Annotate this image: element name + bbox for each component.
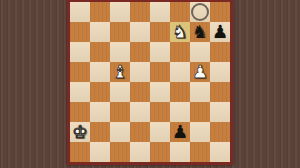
square-e8[interactable] — [150, 2, 170, 22]
square-h6[interactable] — [210, 42, 230, 62]
square-f3[interactable] — [170, 102, 190, 122]
square-g5[interactable]: ♟ — [190, 62, 210, 82]
square-h7[interactable]: ♟ — [210, 22, 230, 42]
chess-board-frame: ♞♞♟♝♟♚♟ — [67, 0, 233, 165]
square-b1[interactable] — [90, 142, 110, 162]
annotation-circle-g8 — [191, 3, 209, 21]
square-f4[interactable] — [170, 82, 190, 102]
square-a8[interactable] — [70, 2, 90, 22]
square-d5[interactable] — [130, 62, 150, 82]
square-f6[interactable] — [170, 42, 190, 62]
square-f2[interactable]: ♟ — [170, 122, 190, 142]
square-h4[interactable] — [210, 82, 230, 102]
square-h3[interactable] — [210, 102, 230, 122]
square-h8[interactable] — [210, 2, 230, 22]
square-d4[interactable] — [130, 82, 150, 102]
square-g7[interactable]: ♞ — [190, 22, 210, 42]
square-f8[interactable] — [170, 2, 190, 22]
square-e3[interactable] — [150, 102, 170, 122]
square-a4[interactable] — [70, 82, 90, 102]
square-c2[interactable] — [110, 122, 130, 142]
square-e5[interactable] — [150, 62, 170, 82]
square-b8[interactable] — [90, 2, 110, 22]
square-h2[interactable] — [210, 122, 230, 142]
square-d6[interactable] — [130, 42, 150, 62]
square-b3[interactable] — [90, 102, 110, 122]
square-a7[interactable] — [70, 22, 90, 42]
square-d3[interactable] — [130, 102, 150, 122]
square-b6[interactable] — [90, 42, 110, 62]
square-c3[interactable] — [110, 102, 130, 122]
square-h1[interactable] — [210, 142, 230, 162]
page-background: ♞♞♟♝♟♚♟ — [0, 0, 300, 168]
square-e4[interactable] — [150, 82, 170, 102]
white-bishop[interactable]: ♝ — [110, 62, 130, 82]
black-pawn[interactable]: ♟ — [170, 122, 190, 142]
white-knight[interactable]: ♞ — [170, 22, 190, 42]
square-g3[interactable] — [190, 102, 210, 122]
square-c6[interactable] — [110, 42, 130, 62]
square-b5[interactable] — [90, 62, 110, 82]
square-c8[interactable] — [110, 2, 130, 22]
square-c7[interactable] — [110, 22, 130, 42]
square-d2[interactable] — [130, 122, 150, 142]
white-king[interactable]: ♚ — [70, 122, 90, 142]
square-f1[interactable] — [170, 142, 190, 162]
square-a3[interactable] — [70, 102, 90, 122]
square-a6[interactable] — [70, 42, 90, 62]
square-e6[interactable] — [150, 42, 170, 62]
white-pawn[interactable]: ♟ — [190, 62, 210, 82]
square-d1[interactable] — [130, 142, 150, 162]
square-e1[interactable] — [150, 142, 170, 162]
square-b7[interactable] — [90, 22, 110, 42]
square-f5[interactable] — [170, 62, 190, 82]
square-g2[interactable] — [190, 122, 210, 142]
square-c5[interactable]: ♝ — [110, 62, 130, 82]
square-g8[interactable] — [190, 2, 210, 22]
square-a1[interactable] — [70, 142, 90, 162]
square-e7[interactable] — [150, 22, 170, 42]
square-d8[interactable] — [130, 2, 150, 22]
square-g6[interactable] — [190, 42, 210, 62]
square-g1[interactable] — [190, 142, 210, 162]
chess-board: ♞♞♟♝♟♚♟ — [70, 2, 230, 162]
square-b4[interactable] — [90, 82, 110, 102]
black-pawn[interactable]: ♟ — [210, 22, 230, 42]
square-c4[interactable] — [110, 82, 130, 102]
square-d7[interactable] — [130, 22, 150, 42]
square-f7[interactable]: ♞ — [170, 22, 190, 42]
square-a5[interactable] — [70, 62, 90, 82]
square-c1[interactable] — [110, 142, 130, 162]
square-b2[interactable] — [90, 122, 110, 142]
square-h5[interactable] — [210, 62, 230, 82]
square-g4[interactable] — [190, 82, 210, 102]
square-a2[interactable]: ♚ — [70, 122, 90, 142]
square-e2[interactable] — [150, 122, 170, 142]
black-knight[interactable]: ♞ — [190, 22, 210, 42]
